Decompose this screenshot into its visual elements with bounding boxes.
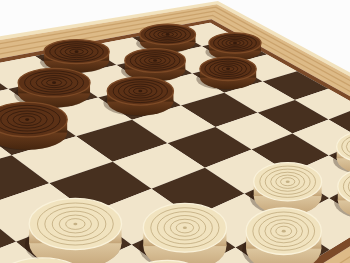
piece-ring-center [73,223,77,226]
piece-ring-center [153,59,157,62]
piece-ring-center [183,226,187,229]
checkers-board [0,0,350,263]
dark-checker-piece[interactable] [196,57,256,90]
dark-checker-piece[interactable] [0,102,67,150]
dark-checker-piece[interactable] [136,24,195,53]
piece-ring-center [138,90,142,93]
piece-ring-center [286,180,290,183]
light-checker-piece[interactable] [139,203,226,263]
dark-checker-piece[interactable] [121,49,185,82]
piece-ring-center [75,50,79,53]
light-checker-piece[interactable] [25,198,122,263]
checkers-photo [0,0,350,263]
piece-ring-center [52,81,56,84]
piece-ring-center [226,68,230,71]
piece-ring-center [282,230,286,233]
light-checker-piece[interactable] [242,208,321,263]
piece-ring-center [25,118,29,121]
piece-ring-center [166,33,170,36]
dark-checker-piece[interactable] [103,77,173,116]
piece-ring-center [233,42,237,45]
